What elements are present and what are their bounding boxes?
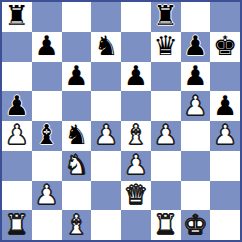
square-g3[interactable] <box>181 151 211 181</box>
piece-black-pawn[interactable]: ♟ <box>183 62 207 89</box>
square-b5[interactable] <box>32 91 62 121</box>
piece-white-rook[interactable]: ♜ <box>154 211 178 238</box>
square-a8[interactable]: ♜ <box>2 2 32 32</box>
square-d1[interactable] <box>91 210 121 240</box>
square-h8[interactable] <box>210 2 240 32</box>
piece-black-king[interactable]: ♚ <box>213 32 237 59</box>
square-d8[interactable] <box>91 2 121 32</box>
square-a6[interactable] <box>2 62 32 92</box>
square-c6[interactable]: ♟ <box>62 62 92 92</box>
piece-black-pawn[interactable]: ♟ <box>64 62 88 89</box>
square-d6[interactable] <box>91 62 121 92</box>
square-h7[interactable]: ♚ <box>210 32 240 62</box>
piece-black-bishop[interactable]: ♝ <box>35 121 59 148</box>
square-h4[interactable]: ♟ <box>210 121 240 151</box>
square-b7[interactable]: ♟ <box>32 32 62 62</box>
piece-white-pawn[interactable]: ♟ <box>124 151 148 178</box>
piece-black-knight[interactable]: ♞ <box>64 121 88 148</box>
square-b3[interactable] <box>32 151 62 181</box>
piece-black-rook[interactable]: ♜ <box>5 2 29 29</box>
square-d7[interactable]: ♞ <box>91 32 121 62</box>
square-c1[interactable]: ♝ <box>62 210 92 240</box>
square-d4[interactable]: ♟ <box>91 121 121 151</box>
square-h2[interactable] <box>210 181 240 211</box>
piece-black-queen[interactable]: ♛ <box>154 32 178 59</box>
piece-white-pawn[interactable]: ♟ <box>213 121 237 148</box>
square-e8[interactable] <box>121 2 151 32</box>
square-c3[interactable]: ♞ <box>62 151 92 181</box>
square-b1[interactable] <box>32 210 62 240</box>
piece-white-pawn[interactable]: ♟ <box>94 121 118 148</box>
chess-board: ♜♜♟♞♛♟♚♟♟♟♟♟♟♟♝♞♟♝♟♟♞♟♟♛♜♝♜♚ <box>0 0 242 242</box>
piece-white-knight[interactable]: ♞ <box>64 151 88 178</box>
square-e6[interactable]: ♟ <box>121 62 151 92</box>
piece-white-king[interactable]: ♚ <box>183 211 207 238</box>
square-a5[interactable]: ♟ <box>2 91 32 121</box>
square-g5[interactable]: ♟ <box>181 91 211 121</box>
square-a3[interactable] <box>2 151 32 181</box>
square-h1[interactable] <box>210 210 240 240</box>
piece-black-pawn[interactable]: ♟ <box>183 32 207 59</box>
square-b6[interactable] <box>32 62 62 92</box>
piece-black-knight[interactable]: ♞ <box>94 32 118 59</box>
piece-black-pawn[interactable]: ♟ <box>5 92 29 119</box>
square-f3[interactable] <box>151 151 181 181</box>
square-f7[interactable]: ♛ <box>151 32 181 62</box>
piece-white-rook[interactable]: ♜ <box>5 211 29 238</box>
square-c8[interactable] <box>62 2 92 32</box>
square-e7[interactable] <box>121 32 151 62</box>
square-g4[interactable] <box>181 121 211 151</box>
piece-black-pawn[interactable]: ♟ <box>213 92 237 119</box>
square-a4[interactable]: ♟ <box>2 121 32 151</box>
square-f5[interactable] <box>151 91 181 121</box>
piece-black-pawn[interactable]: ♟ <box>35 32 59 59</box>
square-e4[interactable]: ♝ <box>121 121 151 151</box>
square-f8[interactable]: ♜ <box>151 2 181 32</box>
square-f1[interactable]: ♜ <box>151 210 181 240</box>
square-d5[interactable] <box>91 91 121 121</box>
piece-white-bishop[interactable]: ♝ <box>124 121 148 148</box>
square-e1[interactable] <box>121 210 151 240</box>
square-b8[interactable] <box>32 2 62 32</box>
square-d3[interactable] <box>91 151 121 181</box>
square-b4[interactable]: ♝ <box>32 121 62 151</box>
square-g6[interactable]: ♟ <box>181 62 211 92</box>
piece-white-pawn[interactable]: ♟ <box>154 121 178 148</box>
square-a7[interactable] <box>2 32 32 62</box>
square-g8[interactable] <box>181 2 211 32</box>
square-h5[interactable]: ♟ <box>210 91 240 121</box>
square-g7[interactable]: ♟ <box>181 32 211 62</box>
square-e2[interactable]: ♛ <box>121 181 151 211</box>
square-c2[interactable] <box>62 181 92 211</box>
square-f2[interactable] <box>151 181 181 211</box>
piece-white-pawn[interactable]: ♟ <box>183 92 207 119</box>
square-c4[interactable]: ♞ <box>62 121 92 151</box>
piece-white-bishop[interactable]: ♝ <box>64 211 88 238</box>
piece-black-rook[interactable]: ♜ <box>154 2 178 29</box>
square-c7[interactable] <box>62 32 92 62</box>
square-d2[interactable] <box>91 181 121 211</box>
square-f6[interactable] <box>151 62 181 92</box>
square-a1[interactable]: ♜ <box>2 210 32 240</box>
square-e3[interactable]: ♟ <box>121 151 151 181</box>
piece-white-pawn[interactable]: ♟ <box>35 181 59 208</box>
square-g1[interactable]: ♚ <box>181 210 211 240</box>
square-f4[interactable]: ♟ <box>151 121 181 151</box>
square-a2[interactable] <box>2 181 32 211</box>
square-h3[interactable] <box>210 151 240 181</box>
square-h6[interactable] <box>210 62 240 92</box>
square-b2[interactable]: ♟ <box>32 181 62 211</box>
piece-black-pawn[interactable]: ♟ <box>124 62 148 89</box>
square-e5[interactable] <box>121 91 151 121</box>
piece-white-pawn[interactable]: ♟ <box>5 121 29 148</box>
square-c5[interactable] <box>62 91 92 121</box>
square-g2[interactable] <box>181 181 211 211</box>
piece-white-queen[interactable]: ♛ <box>124 181 148 208</box>
